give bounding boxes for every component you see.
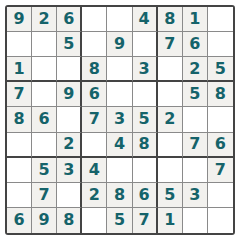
cell-r5c1[interactable]: 8 bbox=[7, 107, 32, 132]
cell-r5c6[interactable]: 5 bbox=[133, 107, 158, 132]
cell-r4c2[interactable] bbox=[32, 82, 57, 107]
cell-r7c1[interactable] bbox=[7, 158, 32, 183]
cell-r9c9[interactable] bbox=[208, 208, 233, 233]
cell-r7c6[interactable] bbox=[133, 158, 158, 183]
cell-r9c5[interactable]: 5 bbox=[107, 208, 132, 233]
cell-r6c5[interactable]: 4 bbox=[107, 133, 132, 158]
cell-r6c3[interactable]: 2 bbox=[57, 133, 82, 158]
cell-r8c4[interactable]: 2 bbox=[82, 183, 107, 208]
cell-r4c6[interactable] bbox=[133, 82, 158, 107]
cell-r2c7[interactable]: 7 bbox=[158, 32, 183, 57]
cell-r7c8[interactable] bbox=[183, 158, 208, 183]
cell-r6c4[interactable] bbox=[82, 133, 107, 158]
cell-r9c6[interactable]: 7 bbox=[133, 208, 158, 233]
cell-r4c4[interactable]: 6 bbox=[82, 82, 107, 107]
cell-r4c1[interactable]: 7 bbox=[7, 82, 32, 107]
cell-r6c2[interactable] bbox=[32, 133, 57, 158]
cell-r8c8[interactable]: 3 bbox=[183, 183, 208, 208]
cell-r7c5[interactable] bbox=[107, 158, 132, 183]
cell-r5c2[interactable]: 6 bbox=[32, 107, 57, 132]
cell-r5c9[interactable] bbox=[208, 107, 233, 132]
cell-r3c2[interactable] bbox=[32, 57, 57, 82]
cell-r3c9[interactable]: 5 bbox=[208, 57, 233, 82]
sudoku-page: 9264815976183257965886735224876534772865… bbox=[0, 0, 240, 240]
cell-r2c3[interactable]: 5 bbox=[57, 32, 82, 57]
cell-r2c5[interactable]: 9 bbox=[107, 32, 132, 57]
cell-r7c9[interactable]: 7 bbox=[208, 158, 233, 183]
cell-r6c6[interactable]: 8 bbox=[133, 133, 158, 158]
cell-r3c3[interactable] bbox=[57, 57, 82, 82]
cell-r3c1[interactable]: 1 bbox=[7, 57, 32, 82]
cell-r1c5[interactable] bbox=[107, 7, 132, 32]
cell-r2c6[interactable] bbox=[133, 32, 158, 57]
cell-r6c7[interactable] bbox=[158, 133, 183, 158]
cell-r9c8[interactable] bbox=[183, 208, 208, 233]
cell-r3c5[interactable] bbox=[107, 57, 132, 82]
cell-r4c8[interactable]: 5 bbox=[183, 82, 208, 107]
cell-r1c1[interactable]: 9 bbox=[7, 7, 32, 32]
cell-r1c6[interactable]: 4 bbox=[133, 7, 158, 32]
cell-r2c9[interactable] bbox=[208, 32, 233, 57]
cell-r8c6[interactable]: 6 bbox=[133, 183, 158, 208]
cell-r4c3[interactable]: 9 bbox=[57, 82, 82, 107]
cell-r8c5[interactable]: 8 bbox=[107, 183, 132, 208]
cell-r1c9[interactable] bbox=[208, 7, 233, 32]
cell-r5c7[interactable]: 2 bbox=[158, 107, 183, 132]
cell-r7c7[interactable] bbox=[158, 158, 183, 183]
cell-r1c2[interactable]: 2 bbox=[32, 7, 57, 32]
cell-r2c2[interactable] bbox=[32, 32, 57, 57]
cell-r8c3[interactable] bbox=[57, 183, 82, 208]
cell-r5c4[interactable]: 7 bbox=[82, 107, 107, 132]
cell-r6c1[interactable] bbox=[7, 133, 32, 158]
cell-r6c9[interactable]: 6 bbox=[208, 133, 233, 158]
cell-r4c7[interactable] bbox=[158, 82, 183, 107]
cell-r4c9[interactable]: 8 bbox=[208, 82, 233, 107]
cell-r3c6[interactable]: 3 bbox=[133, 57, 158, 82]
cell-r6c8[interactable]: 7 bbox=[183, 133, 208, 158]
cell-r8c2[interactable]: 7 bbox=[32, 183, 57, 208]
cell-r1c3[interactable]: 6 bbox=[57, 7, 82, 32]
cell-r5c3[interactable] bbox=[57, 107, 82, 132]
cell-r3c7[interactable] bbox=[158, 57, 183, 82]
cell-r3c4[interactable]: 8 bbox=[82, 57, 107, 82]
cell-r9c1[interactable]: 6 bbox=[7, 208, 32, 233]
cell-r4c5[interactable] bbox=[107, 82, 132, 107]
cell-r9c2[interactable]: 9 bbox=[32, 208, 57, 233]
cell-r9c3[interactable]: 8 bbox=[57, 208, 82, 233]
cell-r2c4[interactable] bbox=[82, 32, 107, 57]
cell-r9c4[interactable] bbox=[82, 208, 107, 233]
cell-r2c1[interactable] bbox=[7, 32, 32, 57]
cell-r7c3[interactable]: 3 bbox=[57, 158, 82, 183]
cell-r1c4[interactable] bbox=[82, 7, 107, 32]
cell-r7c4[interactable]: 4 bbox=[82, 158, 107, 183]
cell-r2c8[interactable]: 6 bbox=[183, 32, 208, 57]
cell-r8c7[interactable]: 5 bbox=[158, 183, 183, 208]
cell-r8c1[interactable] bbox=[7, 183, 32, 208]
cell-r7c2[interactable]: 5 bbox=[32, 158, 57, 183]
cell-r9c7[interactable]: 1 bbox=[158, 208, 183, 233]
cell-r1c8[interactable]: 1 bbox=[183, 7, 208, 32]
sudoku-board: 9264815976183257965886735224876534772865… bbox=[5, 5, 235, 235]
cell-r5c5[interactable]: 3 bbox=[107, 107, 132, 132]
cell-r5c8[interactable] bbox=[183, 107, 208, 132]
cell-r1c7[interactable]: 8 bbox=[158, 7, 183, 32]
cell-r3c8[interactable]: 2 bbox=[183, 57, 208, 82]
cell-r8c9[interactable] bbox=[208, 183, 233, 208]
